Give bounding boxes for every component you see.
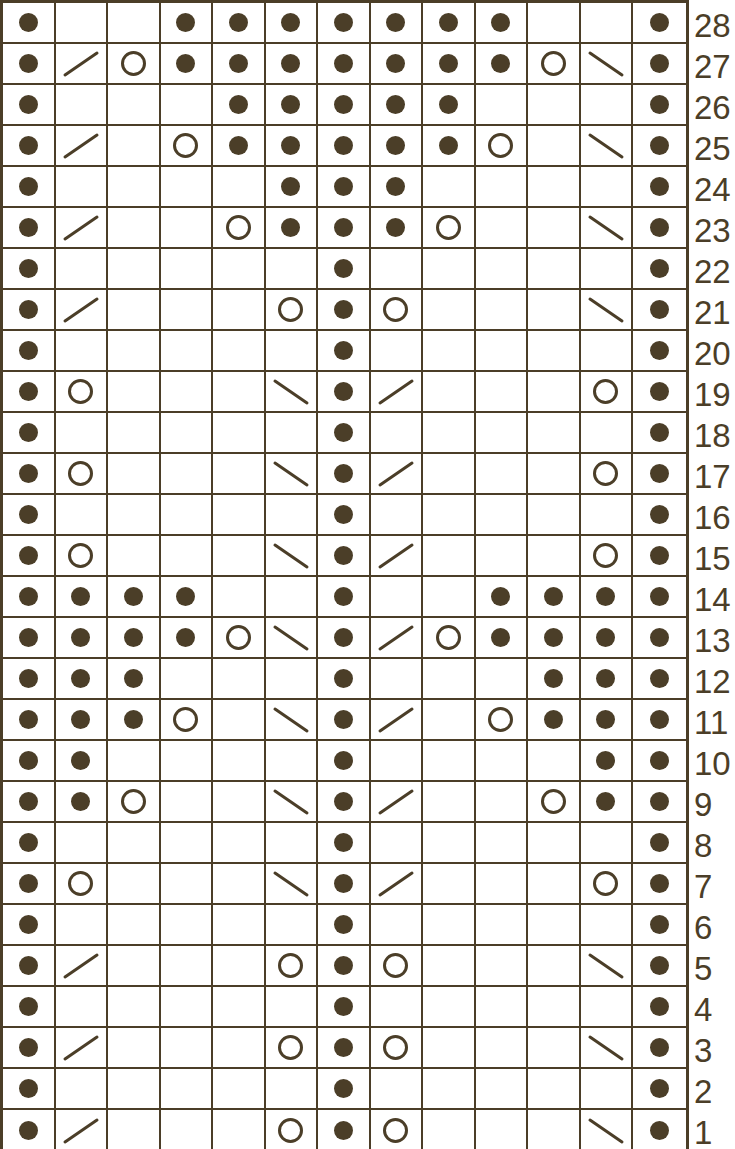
grid-cell — [476, 413, 529, 454]
grid-cell — [161, 249, 214, 290]
grid-cell — [423, 454, 476, 495]
grid-cell — [266, 1110, 319, 1149]
purl-dot-icon — [19, 1121, 38, 1140]
purl-dot-icon — [650, 1079, 669, 1098]
purl-dot-icon — [19, 423, 38, 442]
grid-cell — [213, 249, 266, 290]
purl-dot-icon — [650, 833, 669, 852]
grid-cell — [633, 659, 686, 700]
grid-cell — [528, 864, 581, 905]
grid-cell — [528, 823, 581, 864]
grid-cell — [213, 864, 266, 905]
purl-dot-icon — [596, 751, 615, 770]
grid-cell — [213, 454, 266, 495]
grid-cell — [528, 1028, 581, 1069]
grid-cell — [476, 823, 529, 864]
grid-cell — [3, 1028, 56, 1069]
grid-cell — [318, 44, 371, 85]
grid-cell — [108, 946, 161, 987]
purl-dot-icon — [650, 546, 669, 565]
grid-cell — [213, 987, 266, 1028]
purl-dot-icon — [491, 587, 510, 606]
grid-cell — [161, 659, 214, 700]
grid-cell — [213, 536, 266, 577]
left-decrease-icon — [586, 951, 626, 981]
grid-cell — [3, 1069, 56, 1110]
purl-dot-icon — [19, 300, 38, 319]
grid-cell — [581, 1028, 634, 1069]
yarn-over-icon — [541, 789, 566, 814]
grid-cell — [56, 782, 109, 823]
purl-dot-icon — [19, 1038, 38, 1057]
left-decrease-icon — [271, 705, 311, 735]
left-decrease-icon — [586, 295, 626, 325]
row-number: 9 — [694, 784, 731, 825]
grid-cell — [3, 208, 56, 249]
purl-dot-icon — [650, 464, 669, 483]
row-number: 22 — [694, 251, 731, 292]
grid-cell — [266, 782, 319, 823]
grid-cell — [266, 495, 319, 536]
purl-dot-icon — [19, 546, 38, 565]
left-decrease-icon — [586, 49, 626, 79]
grid-cell — [371, 331, 424, 372]
purl-dot-icon — [229, 95, 248, 114]
grid-cell — [213, 782, 266, 823]
purl-dot-icon — [544, 628, 563, 647]
grid-cell — [3, 946, 56, 987]
grid-cell — [528, 331, 581, 372]
grid-cell — [528, 700, 581, 741]
grid-cell — [318, 987, 371, 1028]
grid-cell — [581, 577, 634, 618]
grid-cell — [581, 331, 634, 372]
grid-cell — [266, 905, 319, 946]
grid-cell — [581, 413, 634, 454]
right-decrease-icon — [61, 1116, 101, 1146]
grid-cell — [633, 331, 686, 372]
grid-cell — [476, 618, 529, 659]
purl-dot-icon — [596, 710, 615, 729]
purl-dot-icon — [19, 997, 38, 1016]
purl-dot-icon — [596, 587, 615, 606]
grid-cell — [161, 126, 214, 167]
row-number: 15 — [694, 538, 731, 579]
grid-cell — [633, 44, 686, 85]
grid-cell — [108, 823, 161, 864]
grid-cell — [266, 126, 319, 167]
grid-cell — [56, 126, 109, 167]
grid-cell — [528, 1069, 581, 1110]
grid-cell — [423, 536, 476, 577]
grid-cell — [56, 208, 109, 249]
grid-cell — [476, 126, 529, 167]
purl-dot-icon — [19, 956, 38, 975]
grid-cell — [318, 1110, 371, 1149]
purl-dot-icon — [71, 792, 90, 811]
grid-cell — [371, 864, 424, 905]
grid-cell — [3, 659, 56, 700]
grid-cell — [633, 249, 686, 290]
right-decrease-icon — [376, 787, 416, 817]
grid-cell — [371, 1069, 424, 1110]
grid-cell — [581, 659, 634, 700]
grid-cell — [161, 782, 214, 823]
grid-cell — [423, 864, 476, 905]
purl-dot-icon — [334, 792, 353, 811]
grid-cell — [371, 1110, 424, 1149]
right-decrease-icon — [376, 459, 416, 489]
grid-cell — [161, 167, 214, 208]
grid-cell — [213, 495, 266, 536]
purl-dot-icon — [124, 710, 143, 729]
grid-cell — [423, 413, 476, 454]
grid-cell — [423, 208, 476, 249]
grid-cell — [318, 618, 371, 659]
grid-cell — [108, 413, 161, 454]
grid-cell — [213, 823, 266, 864]
grid-cell — [581, 782, 634, 823]
grid-cell — [56, 700, 109, 741]
purl-dot-icon — [439, 95, 458, 114]
purl-dot-icon — [334, 915, 353, 934]
grid-cell — [3, 290, 56, 331]
grid-cell — [56, 85, 109, 126]
grid-cell — [476, 290, 529, 331]
grid-cell — [318, 1028, 371, 1069]
purl-dot-icon — [334, 54, 353, 73]
grid-cell — [108, 1069, 161, 1110]
grid-cell — [213, 290, 266, 331]
grid-cell — [213, 44, 266, 85]
grid-cell — [581, 864, 634, 905]
purl-dot-icon — [19, 669, 38, 688]
grid-cell — [318, 659, 371, 700]
right-decrease-icon — [376, 623, 416, 653]
grid-cell — [528, 741, 581, 782]
grid-cell — [318, 290, 371, 331]
row-number: 7 — [694, 866, 731, 907]
purl-dot-icon — [19, 833, 38, 852]
row-number: 14 — [694, 579, 731, 620]
purl-dot-icon — [596, 628, 615, 647]
yarn-over-icon — [593, 871, 618, 896]
grid-cell — [528, 905, 581, 946]
purl-dot-icon — [281, 13, 300, 32]
grid-cell — [318, 167, 371, 208]
purl-dot-icon — [650, 628, 669, 647]
grid-cell — [161, 700, 214, 741]
purl-dot-icon — [650, 669, 669, 688]
purl-dot-icon — [19, 587, 38, 606]
yarn-over-icon — [593, 461, 618, 486]
grid-cell — [213, 741, 266, 782]
grid-cell — [476, 741, 529, 782]
grid-cell — [161, 454, 214, 495]
grid-cell — [161, 618, 214, 659]
grid-cell — [213, 372, 266, 413]
grid-cell — [581, 167, 634, 208]
grid-cell — [633, 946, 686, 987]
purl-dot-icon — [334, 833, 353, 852]
purl-dot-icon — [544, 710, 563, 729]
purl-dot-icon — [19, 218, 38, 237]
grid-cell — [161, 864, 214, 905]
grid-cell — [423, 85, 476, 126]
grid-cell — [56, 290, 109, 331]
yarn-over-icon — [383, 1118, 408, 1143]
grid-cell — [528, 413, 581, 454]
grid-cell — [633, 85, 686, 126]
purl-dot-icon — [334, 382, 353, 401]
grid-cell — [528, 3, 581, 44]
grid-cell — [108, 372, 161, 413]
grid-cell — [633, 741, 686, 782]
yarn-over-icon — [68, 543, 93, 568]
grid-cell — [56, 864, 109, 905]
grid-cell — [318, 782, 371, 823]
grid-cell — [528, 44, 581, 85]
grid-cell — [318, 331, 371, 372]
yarn-over-icon — [436, 215, 461, 240]
grid-cell — [213, 618, 266, 659]
purl-dot-icon — [650, 710, 669, 729]
grid-cell — [581, 44, 634, 85]
grid-cell — [213, 413, 266, 454]
grid-cell — [161, 372, 214, 413]
grid-cell — [3, 864, 56, 905]
grid-cell — [318, 454, 371, 495]
grid-cell — [266, 3, 319, 44]
purl-dot-icon — [334, 423, 353, 442]
grid-cell — [161, 331, 214, 372]
grid-cell — [56, 659, 109, 700]
yarn-over-icon — [121, 789, 146, 814]
grid-cell — [266, 413, 319, 454]
purl-dot-icon — [439, 54, 458, 73]
purl-dot-icon — [650, 874, 669, 893]
grid-cell — [476, 1110, 529, 1149]
yarn-over-icon — [278, 953, 303, 978]
grid-cell — [266, 331, 319, 372]
purl-dot-icon — [334, 177, 353, 196]
grid-cell — [528, 372, 581, 413]
grid-cell — [108, 1110, 161, 1149]
grid-cell — [266, 700, 319, 741]
purl-dot-icon — [19, 751, 38, 770]
purl-dot-icon — [650, 587, 669, 606]
grid-cell — [266, 249, 319, 290]
grid-cell — [56, 495, 109, 536]
grid-cell — [476, 864, 529, 905]
grid-cell — [3, 3, 56, 44]
grid-cell — [161, 987, 214, 1028]
right-decrease-icon — [376, 869, 416, 899]
purl-dot-icon — [491, 13, 510, 32]
purl-dot-icon — [491, 628, 510, 647]
purl-dot-icon — [19, 464, 38, 483]
grid-cell — [423, 577, 476, 618]
grid-cell — [371, 700, 424, 741]
grid-cell — [108, 126, 161, 167]
grid-cell — [161, 741, 214, 782]
yarn-over-icon — [173, 133, 198, 158]
grid-cell — [3, 618, 56, 659]
purl-dot-icon — [650, 300, 669, 319]
right-decrease-icon — [376, 377, 416, 407]
grid-cell — [3, 44, 56, 85]
grid-cell — [633, 126, 686, 167]
purl-dot-icon — [71, 587, 90, 606]
grid-cell — [476, 1069, 529, 1110]
grid-cell — [108, 290, 161, 331]
purl-dot-icon — [281, 177, 300, 196]
grid-cell — [318, 3, 371, 44]
grid-cell — [318, 1069, 371, 1110]
grid-cell — [213, 3, 266, 44]
grid-cell — [581, 905, 634, 946]
grid-cell — [476, 331, 529, 372]
purl-dot-icon — [229, 136, 248, 155]
grid-cell — [371, 372, 424, 413]
grid-cell — [633, 1069, 686, 1110]
left-decrease-icon — [586, 1033, 626, 1063]
grid-cell — [371, 577, 424, 618]
right-decrease-icon — [61, 951, 101, 981]
purl-dot-icon — [386, 218, 405, 237]
yarn-over-icon — [593, 379, 618, 404]
purl-dot-icon — [19, 710, 38, 729]
grid-cell — [528, 987, 581, 1028]
yarn-over-icon — [488, 707, 513, 732]
grid-cell — [56, 987, 109, 1028]
purl-dot-icon — [650, 423, 669, 442]
purl-dot-icon — [176, 587, 195, 606]
grid-cell — [213, 85, 266, 126]
grid-cell — [476, 3, 529, 44]
grid-cell — [371, 823, 424, 864]
grid-cell — [3, 700, 56, 741]
grid-cell — [581, 536, 634, 577]
grid-cell — [3, 167, 56, 208]
grid-cell — [3, 372, 56, 413]
purl-dot-icon — [386, 136, 405, 155]
grid-cell — [476, 782, 529, 823]
purl-dot-icon — [334, 505, 353, 524]
grid-cell — [633, 167, 686, 208]
grid-cell — [633, 413, 686, 454]
row-number: 26 — [694, 87, 731, 128]
grid-cell — [108, 249, 161, 290]
grid-cell — [371, 618, 424, 659]
grid-cell — [108, 618, 161, 659]
grid-cell — [161, 1069, 214, 1110]
purl-dot-icon — [334, 341, 353, 360]
grid-cell — [581, 85, 634, 126]
grid-cell — [528, 659, 581, 700]
grid-cell — [633, 823, 686, 864]
grid-cell — [581, 987, 634, 1028]
grid-cell — [3, 126, 56, 167]
grid-cell — [371, 126, 424, 167]
purl-dot-icon — [19, 505, 38, 524]
grid-cell — [213, 1110, 266, 1149]
grid-cell — [108, 741, 161, 782]
grid-cell — [56, 3, 109, 44]
grid-cell — [371, 495, 424, 536]
grid-cell — [161, 577, 214, 618]
grid-cell — [476, 946, 529, 987]
purl-dot-icon — [281, 95, 300, 114]
row-number: 3 — [694, 1030, 731, 1071]
grid-cell — [213, 700, 266, 741]
grid-cell — [266, 208, 319, 249]
grid-cell — [476, 577, 529, 618]
yarn-over-icon — [383, 297, 408, 322]
grid-cell — [423, 987, 476, 1028]
grid-cell — [161, 946, 214, 987]
grid-cell — [476, 987, 529, 1028]
grid-cell — [318, 905, 371, 946]
grid-cell — [581, 249, 634, 290]
grid-cell — [633, 782, 686, 823]
purl-dot-icon — [334, 628, 353, 647]
row-number: 13 — [694, 620, 731, 661]
grid-cell — [318, 126, 371, 167]
row-number: 5 — [694, 948, 731, 989]
grid-cell — [633, 208, 686, 249]
grid-cell — [528, 536, 581, 577]
purl-dot-icon — [176, 628, 195, 647]
grid-cell — [581, 946, 634, 987]
grid-cell — [3, 495, 56, 536]
grid-cell — [423, 3, 476, 44]
purl-dot-icon — [334, 997, 353, 1016]
purl-dot-icon — [334, 874, 353, 893]
grid-cell — [633, 536, 686, 577]
yarn-over-icon — [173, 707, 198, 732]
grid-cell — [3, 536, 56, 577]
purl-dot-icon — [176, 13, 195, 32]
purl-dot-icon — [71, 628, 90, 647]
right-decrease-icon — [61, 49, 101, 79]
grid-cell — [108, 454, 161, 495]
grid-cell — [371, 741, 424, 782]
grid-cell — [581, 3, 634, 44]
grid-cell — [213, 1069, 266, 1110]
grid-cell — [476, 536, 529, 577]
grid-cell — [56, 1110, 109, 1149]
purl-dot-icon — [334, 464, 353, 483]
purl-dot-icon — [334, 710, 353, 729]
row-number: 8 — [694, 825, 731, 866]
purl-dot-icon — [334, 259, 353, 278]
grid-cell — [371, 413, 424, 454]
grid-cell — [3, 782, 56, 823]
purl-dot-icon — [334, 587, 353, 606]
grid-cell — [423, 167, 476, 208]
grid-cell — [161, 3, 214, 44]
purl-dot-icon — [650, 997, 669, 1016]
grid-cell — [3, 249, 56, 290]
row-number: 18 — [694, 415, 731, 456]
grid-cell — [633, 3, 686, 44]
grid-cell — [476, 208, 529, 249]
right-decrease-icon — [376, 541, 416, 571]
left-decrease-icon — [271, 623, 311, 653]
purl-dot-icon — [334, 546, 353, 565]
yarn-over-icon — [226, 215, 251, 240]
